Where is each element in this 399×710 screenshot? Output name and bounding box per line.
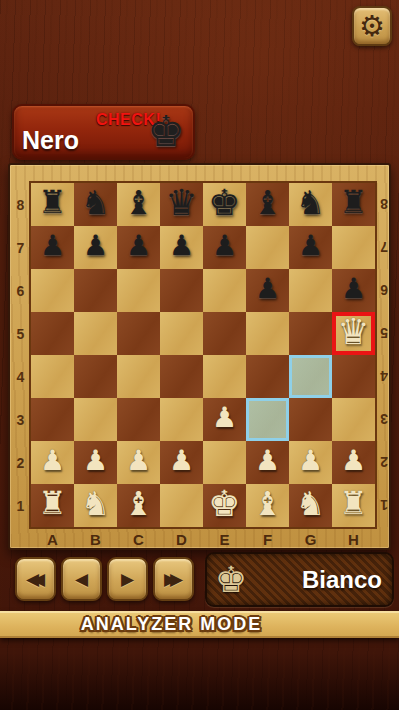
file-label-b: B — [74, 527, 117, 552]
piece-wp-f2[interactable]: ♟ — [255, 439, 280, 482]
square-h7[interactable] — [332, 226, 375, 269]
piece-bq-d8[interactable]: ♛ — [165, 181, 197, 224]
opponent-panel: CHECK! ♚ Nero — [12, 104, 195, 160]
piece-wp-d2[interactable]: ♟ — [169, 439, 194, 482]
piece-wq-h5[interactable]: ♛ — [337, 310, 369, 353]
file-label-h: H — [332, 527, 375, 552]
square-a7[interactable]: ♟ — [31, 226, 74, 269]
rank-label-right-6: 6 — [375, 269, 393, 312]
square-f6[interactable]: ♟ — [246, 269, 289, 312]
step-back-icon: ◀ — [75, 571, 88, 588]
square-b6[interactable] — [74, 269, 117, 312]
step-forward-button[interactable]: ▶ — [107, 557, 148, 601]
square-f5[interactable] — [246, 312, 289, 355]
square-b2[interactable]: ♟ — [74, 441, 117, 484]
square-a1[interactable]: ♜ — [31, 484, 74, 527]
board-grid: ♜♞♝♛♚♝♞♜♟♟♟♟♟♟♟♟♛♟♟♟♟♟♟♟♟♜♞♝♚♝♞♜ — [31, 183, 375, 527]
file-label-d: D — [160, 527, 203, 552]
piece-bp-a7[interactable]: ♟ — [40, 224, 65, 267]
square-g7[interactable]: ♟ — [289, 226, 332, 269]
square-c6[interactable] — [117, 269, 160, 312]
rank-label-right-2: 2 — [375, 441, 393, 484]
file-label-c: C — [117, 527, 160, 552]
piece-bb-c8[interactable]: ♝ — [124, 181, 154, 224]
square-e7[interactable]: ♟ — [203, 226, 246, 269]
square-h6[interactable]: ♟ — [332, 269, 375, 312]
chess-app-screen: ⚙ CHECK! ♚ Nero 87654321 87654321 ABCDEF… — [0, 0, 399, 710]
rank-label-left-8: 8 — [10, 183, 31, 226]
chess-board: 87654321 87654321 ABCDEFGH ♜♞♝♛♚♝♞♜♟♟♟♟♟… — [8, 163, 391, 550]
rank-label-left-3: 3 — [10, 398, 31, 441]
piece-bp-h6[interactable]: ♟ — [341, 267, 366, 310]
gear-icon: ⚙ — [359, 12, 385, 41]
square-e4[interactable] — [203, 355, 246, 398]
piece-br-h8[interactable]: ♜ — [339, 181, 368, 224]
square-c7[interactable]: ♟ — [117, 226, 160, 269]
square-b8[interactable]: ♞ — [74, 183, 117, 226]
square-g3[interactable] — [289, 398, 332, 441]
file-label-f: F — [246, 527, 289, 552]
square-b1[interactable]: ♞ — [74, 484, 117, 527]
square-f2[interactable]: ♟ — [246, 441, 289, 484]
white-king-icon: ♚ — [215, 562, 247, 598]
square-g1[interactable]: ♞ — [289, 484, 332, 527]
square-g6[interactable] — [289, 269, 332, 312]
black-king-icon: ♚ — [147, 106, 185, 158]
square-f8[interactable]: ♝ — [246, 183, 289, 226]
rank-label-right-3: 3 — [375, 398, 393, 441]
square-b5[interactable] — [74, 312, 117, 355]
square-c1[interactable]: ♝ — [117, 484, 160, 527]
rank-label-left-5: 5 — [10, 312, 31, 355]
piece-wb-f1[interactable]: ♝ — [253, 482, 283, 525]
square-d7[interactable]: ♟ — [160, 226, 203, 269]
square-a3[interactable] — [31, 398, 74, 441]
piece-wp-b2[interactable]: ♟ — [83, 439, 108, 482]
square-c4[interactable] — [117, 355, 160, 398]
piece-wk-e1[interactable]: ♚ — [208, 482, 240, 525]
piece-wr-a1[interactable]: ♜ — [38, 482, 67, 525]
square-h1[interactable]: ♜ — [332, 484, 375, 527]
rank-label-right-1: 1 — [375, 484, 393, 527]
piece-bp-g7[interactable]: ♟ — [298, 224, 323, 267]
square-h5[interactable]: ♛ — [332, 312, 375, 355]
piece-bp-d7[interactable]: ♟ — [169, 224, 194, 267]
square-b3[interactable] — [74, 398, 117, 441]
rank-label-right-7: 7 — [375, 226, 393, 269]
piece-wn-b1[interactable]: ♞ — [81, 482, 111, 525]
piece-wp-c2[interactable]: ♟ — [126, 439, 151, 482]
piece-bn-b8[interactable]: ♞ — [81, 181, 111, 224]
piece-bb-f8[interactable]: ♝ — [253, 181, 283, 224]
square-c3[interactable] — [117, 398, 160, 441]
square-e5[interactable] — [203, 312, 246, 355]
rank-label-left-1: 1 — [10, 484, 31, 527]
fast-forward-button[interactable]: ▶▶ — [153, 557, 194, 601]
square-g2[interactable]: ♟ — [289, 441, 332, 484]
piece-wn-g1[interactable]: ♞ — [296, 482, 326, 525]
square-a5[interactable] — [31, 312, 74, 355]
square-a4[interactable] — [31, 355, 74, 398]
rewind-to-start-button[interactable]: ◀◀ — [15, 557, 56, 601]
square-c5[interactable] — [117, 312, 160, 355]
rank-label-left-2: 2 — [10, 441, 31, 484]
square-b7[interactable]: ♟ — [74, 226, 117, 269]
square-b4[interactable] — [74, 355, 117, 398]
settings-button[interactable]: ⚙ — [352, 6, 392, 46]
piece-bp-c7[interactable]: ♟ — [126, 224, 151, 267]
rewind-to-start-icon: ◀◀ — [26, 571, 45, 588]
piece-wp-h2[interactable]: ♟ — [341, 439, 366, 482]
square-a8[interactable]: ♜ — [31, 183, 74, 226]
piece-wb-c1[interactable]: ♝ — [124, 482, 154, 525]
square-e6[interactable] — [203, 269, 246, 312]
step-back-button[interactable]: ◀ — [61, 557, 102, 601]
square-f4[interactable] — [246, 355, 289, 398]
square-c8[interactable]: ♝ — [117, 183, 160, 226]
square-d4[interactable] — [160, 355, 203, 398]
square-d8[interactable]: ♛ — [160, 183, 203, 226]
square-e3[interactable]: ♟ — [203, 398, 246, 441]
square-h8[interactable]: ♜ — [332, 183, 375, 226]
square-h3[interactable] — [332, 398, 375, 441]
square-d1[interactable] — [160, 484, 203, 527]
square-h2[interactable]: ♟ — [332, 441, 375, 484]
file-label-a: A — [31, 527, 74, 552]
square-e1[interactable]: ♚ — [203, 484, 246, 527]
square-h4[interactable] — [332, 355, 375, 398]
file-label-g: G — [289, 527, 332, 552]
rank-label-left-4: 4 — [10, 355, 31, 398]
square-c2[interactable]: ♟ — [117, 441, 160, 484]
rank-label-right-5: 5 — [375, 312, 393, 355]
square-e8[interactable]: ♚ — [203, 183, 246, 226]
square-d5[interactable] — [160, 312, 203, 355]
piece-bn-g8[interactable]: ♞ — [296, 181, 326, 224]
square-f3[interactable] — [246, 398, 289, 441]
square-f1[interactable]: ♝ — [246, 484, 289, 527]
piece-bk-e8[interactable]: ♚ — [208, 181, 240, 224]
square-a6[interactable] — [31, 269, 74, 312]
piece-wp-e3[interactable]: ♟ — [212, 396, 237, 439]
file-label-e: E — [203, 527, 246, 552]
step-forward-icon: ▶ — [121, 571, 134, 588]
analyzer-mode-banner: ANALYZER MODE — [0, 611, 399, 638]
fast-forward-icon: ▶▶ — [164, 571, 183, 588]
rank-label-right-4: 4 — [375, 355, 393, 398]
player-panel: ♚ Bianco — [205, 552, 394, 607]
piece-bp-b7[interactable]: ♟ — [83, 224, 108, 267]
rank-label-left-6: 6 — [10, 269, 31, 312]
square-g4[interactable] — [289, 355, 332, 398]
rank-labels-left: 87654321 — [10, 183, 31, 527]
piece-bp-e7[interactable]: ♟ — [212, 224, 237, 267]
square-d3[interactable] — [160, 398, 203, 441]
square-g8[interactable]: ♞ — [289, 183, 332, 226]
square-d2[interactable]: ♟ — [160, 441, 203, 484]
square-a2[interactable]: ♟ — [31, 441, 74, 484]
player-name-bottom: Bianco — [302, 566, 382, 594]
piece-wp-a2[interactable]: ♟ — [40, 439, 65, 482]
player-name-top: Nero — [22, 126, 79, 155]
rank-label-left-7: 7 — [10, 226, 31, 269]
rank-labels-right: 87654321 — [375, 183, 393, 527]
piece-wr-h1[interactable]: ♜ — [339, 482, 368, 525]
file-labels: ABCDEFGH — [31, 527, 375, 552]
rank-label-right-8: 8 — [375, 183, 393, 226]
piece-wp-g2[interactable]: ♟ — [298, 439, 323, 482]
square-g5[interactable] — [289, 312, 332, 355]
square-d6[interactable] — [160, 269, 203, 312]
piece-br-a8[interactable]: ♜ — [38, 181, 67, 224]
piece-bp-f6[interactable]: ♟ — [255, 267, 280, 310]
analyzer-mode-label: ANALYZER MODE — [81, 614, 262, 635]
square-e2[interactable] — [203, 441, 246, 484]
square-f7[interactable] — [246, 226, 289, 269]
